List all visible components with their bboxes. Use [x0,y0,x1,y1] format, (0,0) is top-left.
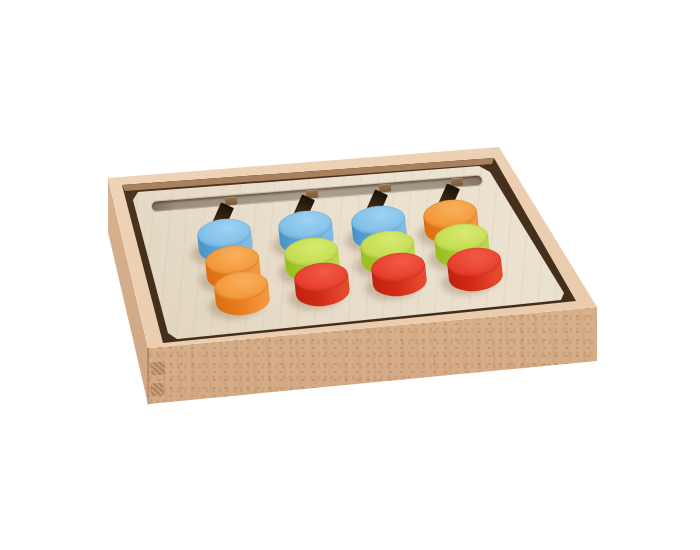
slot-slider-col1[interactable] [225,196,238,205]
disc-col3-row3-red[interactable] [370,250,428,298]
pieces-layer [0,0,700,550]
disc-col2-row3-red[interactable] [293,260,351,308]
disc-col4-row3-red[interactable] [446,245,504,293]
product-photo-wooden-slide-game [0,0,700,550]
disc-col1-row3-orange[interactable] [213,269,271,317]
